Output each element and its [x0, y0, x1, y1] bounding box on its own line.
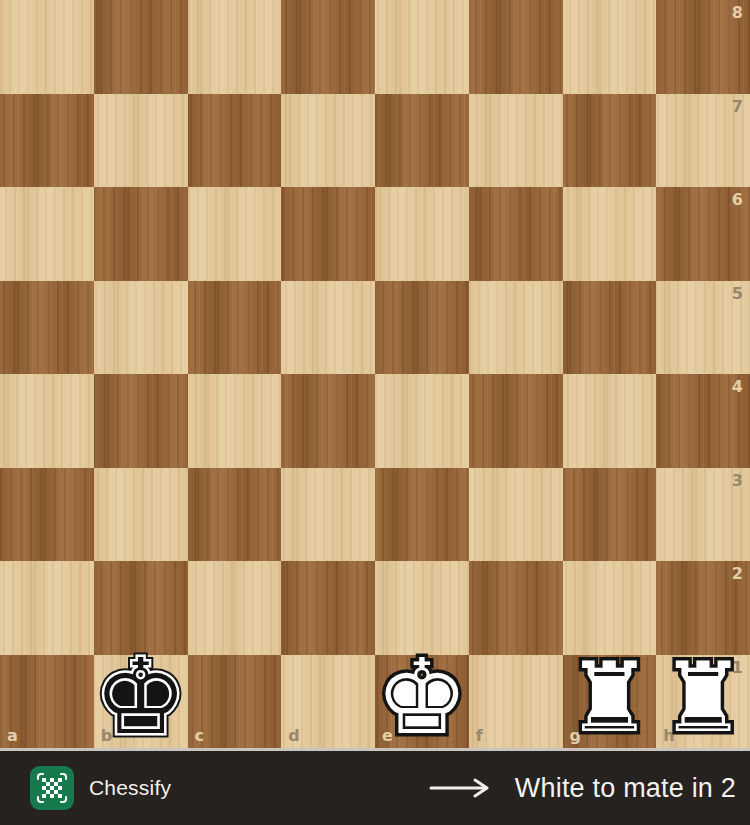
- square-c2[interactable]: [188, 561, 282, 655]
- white-king-glyph: ♚: [375, 645, 468, 749]
- black-king-glyph: ♚: [94, 645, 187, 749]
- square-a6[interactable]: [0, 187, 94, 281]
- square-d6[interactable]: [281, 187, 375, 281]
- square-f5[interactable]: [469, 281, 563, 375]
- square-b1[interactable]: b♚♚♚: [94, 655, 188, 749]
- right-arrow-icon: [429, 778, 493, 798]
- square-c3[interactable]: [188, 468, 282, 562]
- white-rook[interactable]: ♜♜: [656, 655, 750, 749]
- square-c5[interactable]: [188, 281, 282, 375]
- square-c8[interactable]: [188, 0, 282, 94]
- square-h5[interactable]: 5: [656, 281, 750, 375]
- square-f2[interactable]: [469, 561, 563, 655]
- square-b8[interactable]: [94, 0, 188, 94]
- square-f1[interactable]: f: [469, 655, 563, 749]
- square-g5[interactable]: [563, 281, 657, 375]
- square-a1[interactable]: a: [0, 655, 94, 749]
- square-b5[interactable]: [94, 281, 188, 375]
- square-f7[interactable]: [469, 94, 563, 188]
- square-d2[interactable]: [281, 561, 375, 655]
- square-h7[interactable]: 7: [656, 94, 750, 188]
- square-e6[interactable]: [375, 187, 469, 281]
- white-rook-glyph: ♜: [660, 649, 747, 746]
- square-d4[interactable]: [281, 374, 375, 468]
- square-g6[interactable]: [563, 187, 657, 281]
- square-d5[interactable]: [281, 281, 375, 375]
- chess-board[interactable]: 8765432ab♚♚♚cde♚♚fg♜♜h1♜♜: [0, 0, 750, 748]
- chessify-logo-icon: [30, 766, 74, 810]
- square-h1[interactable]: h1♜♜: [656, 655, 750, 749]
- square-f4[interactable]: [469, 374, 563, 468]
- square-b3[interactable]: [94, 468, 188, 562]
- square-f6[interactable]: [469, 187, 563, 281]
- square-g8[interactable]: [563, 0, 657, 94]
- square-b4[interactable]: [94, 374, 188, 468]
- square-f3[interactable]: [469, 468, 563, 562]
- square-h6[interactable]: 6: [656, 187, 750, 281]
- white-rook-glyph: ♜: [566, 649, 653, 746]
- square-e3[interactable]: [375, 468, 469, 562]
- square-a4[interactable]: [0, 374, 94, 468]
- square-a7[interactable]: [0, 94, 94, 188]
- square-c1[interactable]: c: [188, 655, 282, 749]
- square-h3[interactable]: 3: [656, 468, 750, 562]
- rank-label-4: 4: [732, 379, 743, 395]
- square-g7[interactable]: [563, 94, 657, 188]
- square-c6[interactable]: [188, 187, 282, 281]
- rank-label-7: 7: [732, 99, 743, 115]
- white-king[interactable]: ♚♚: [375, 655, 469, 749]
- rank-label-2: 2: [732, 566, 743, 582]
- logo-checkerboard: [42, 778, 62, 798]
- square-h8[interactable]: 8: [656, 0, 750, 94]
- square-g4[interactable]: [563, 374, 657, 468]
- square-b6[interactable]: [94, 187, 188, 281]
- file-label-c: c: [195, 728, 204, 744]
- puzzle-caption: White to mate in 2: [515, 773, 736, 804]
- square-a8[interactable]: [0, 0, 94, 94]
- square-a2[interactable]: [0, 561, 94, 655]
- rank-label-8: 8: [732, 5, 743, 21]
- square-c4[interactable]: [188, 374, 282, 468]
- square-d8[interactable]: [281, 0, 375, 94]
- square-a3[interactable]: [0, 468, 94, 562]
- square-d1[interactable]: d: [281, 655, 375, 749]
- rank-label-5: 5: [732, 286, 743, 302]
- square-h4[interactable]: 4: [656, 374, 750, 468]
- file-label-a: a: [7, 728, 18, 744]
- square-b7[interactable]: [94, 94, 188, 188]
- square-e8[interactable]: [375, 0, 469, 94]
- white-rook[interactable]: ♜♜: [563, 655, 657, 749]
- square-c7[interactable]: [188, 94, 282, 188]
- brand-group: Chessify: [30, 766, 171, 810]
- footer-bar: Chessify White to mate in 2: [0, 751, 750, 825]
- black-king[interactable]: ♚♚♚: [94, 655, 188, 749]
- square-g1[interactable]: g♜♜: [563, 655, 657, 749]
- square-e1[interactable]: e♚♚: [375, 655, 469, 749]
- file-label-d: d: [288, 728, 299, 744]
- square-e5[interactable]: [375, 281, 469, 375]
- caption-group: White to mate in 2: [429, 773, 736, 804]
- rank-label-6: 6: [732, 192, 743, 208]
- square-d7[interactable]: [281, 94, 375, 188]
- rank-label-3: 3: [732, 473, 743, 489]
- square-e4[interactable]: [375, 374, 469, 468]
- square-g3[interactable]: [563, 468, 657, 562]
- page: 8765432ab♚♚♚cde♚♚fg♜♜h1♜♜: [0, 0, 750, 825]
- brand-text: Chessify: [89, 776, 171, 800]
- square-f8[interactable]: [469, 0, 563, 94]
- square-e7[interactable]: [375, 94, 469, 188]
- square-a5[interactable]: [0, 281, 94, 375]
- square-d3[interactable]: [281, 468, 375, 562]
- file-label-f: f: [476, 728, 483, 744]
